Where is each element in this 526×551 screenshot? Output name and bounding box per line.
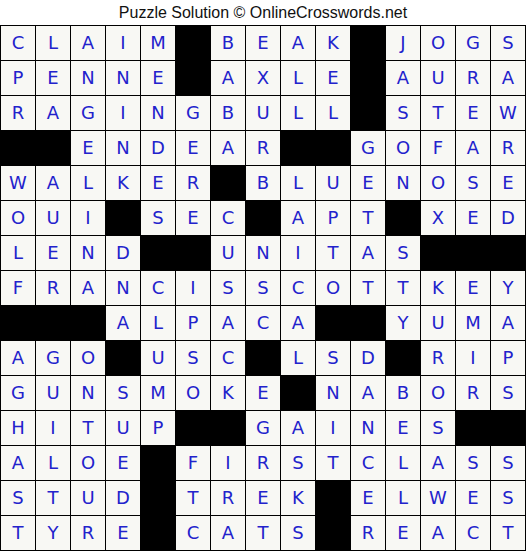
letter-cell: R <box>211 481 245 515</box>
letter-cell: T <box>351 271 385 305</box>
letter-cell: O <box>316 271 350 305</box>
letter-cell: R <box>176 166 210 200</box>
block-cell <box>106 341 140 375</box>
letter-cell: T <box>386 271 420 305</box>
letter-cell: T <box>316 236 350 270</box>
block-cell <box>176 236 210 270</box>
letter-cell: D <box>106 481 140 515</box>
letter-cell: O <box>1 201 35 235</box>
letter-cell: P <box>316 201 350 235</box>
block-cell <box>491 236 525 270</box>
letter-cell: U <box>141 341 175 375</box>
letter-cell: K <box>281 481 315 515</box>
letter-cell: A <box>421 446 455 480</box>
block-cell <box>1 306 35 340</box>
letter-cell: L <box>316 96 350 130</box>
letter-cell: I <box>281 236 315 270</box>
letter-cell: N <box>71 61 105 95</box>
letter-cell: W <box>421 481 455 515</box>
letter-cell: R <box>36 271 70 305</box>
letter-cell: S <box>281 446 315 480</box>
letter-cell: O <box>71 341 105 375</box>
letter-cell: E <box>106 516 140 550</box>
letter-cell: S <box>141 201 175 235</box>
letter-cell: T <box>246 516 280 550</box>
letter-cell: E <box>246 481 280 515</box>
letter-cell: P <box>1 61 35 95</box>
block-cell <box>36 131 70 165</box>
letter-cell: N <box>141 96 175 130</box>
letter-cell: U <box>211 236 245 270</box>
block-cell <box>1 131 35 165</box>
letter-cell: E <box>176 201 210 235</box>
letter-cell: U <box>106 411 140 445</box>
letter-cell: N <box>71 376 105 410</box>
letter-cell: C <box>246 306 280 340</box>
letter-cell: E <box>176 131 210 165</box>
letter-cell: A <box>1 446 35 480</box>
letter-cell: Y <box>386 306 420 340</box>
letter-cell: A <box>36 166 70 200</box>
letter-cell: N <box>106 131 140 165</box>
letter-cell: I <box>211 446 245 480</box>
letter-cell: E <box>351 166 385 200</box>
block-cell <box>316 516 350 550</box>
letter-cell: S <box>456 166 490 200</box>
letter-cell: F <box>1 271 35 305</box>
letter-cell: R <box>456 376 490 410</box>
letter-cell: R <box>71 516 105 550</box>
letter-cell: I <box>456 341 490 375</box>
block-cell <box>351 306 385 340</box>
letter-cell: A <box>281 306 315 340</box>
letter-cell: E <box>71 131 105 165</box>
letter-cell: U <box>246 96 280 130</box>
letter-cell: X <box>246 61 280 95</box>
letter-cell: T <box>176 481 210 515</box>
letter-cell: E <box>36 236 70 270</box>
letter-cell: A <box>71 26 105 60</box>
letter-cell: E <box>141 166 175 200</box>
letter-cell: L <box>36 446 70 480</box>
letter-cell: T <box>316 446 350 480</box>
letter-cell: R <box>491 131 525 165</box>
letter-cell: E <box>386 411 420 445</box>
block-cell <box>386 201 420 235</box>
block-cell <box>386 341 420 375</box>
letter-cell: I <box>71 201 105 235</box>
letter-cell: M <box>141 26 175 60</box>
letter-cell: U <box>316 166 350 200</box>
letter-cell: C <box>351 446 385 480</box>
letter-cell: X <box>421 201 455 235</box>
letter-cell: C <box>456 516 490 550</box>
letter-cell: Y <box>36 516 70 550</box>
block-cell <box>281 376 315 410</box>
letter-cell: G <box>351 131 385 165</box>
letter-cell: O <box>421 26 455 60</box>
letter-cell: L <box>386 481 420 515</box>
letter-cell: C <box>176 516 210 550</box>
letter-cell: I <box>316 411 350 445</box>
letter-cell: E <box>141 61 175 95</box>
letter-cell: E <box>106 446 140 480</box>
letter-cell: A <box>491 61 525 95</box>
letter-cell: A <box>1 341 35 375</box>
letter-cell: L <box>71 166 105 200</box>
block-cell <box>106 201 140 235</box>
letter-cell: S <box>386 96 420 130</box>
letter-cell: E <box>386 516 420 550</box>
block-cell <box>141 481 175 515</box>
block-cell <box>176 61 210 95</box>
block-cell <box>246 201 280 235</box>
block-cell <box>176 411 210 445</box>
letter-cell: A <box>281 26 315 60</box>
letter-cell: G <box>36 341 70 375</box>
letter-cell: R <box>246 131 280 165</box>
letter-cell: O <box>176 376 210 410</box>
letter-cell: E <box>351 481 385 515</box>
letter-cell: T <box>1 516 35 550</box>
letter-cell: E <box>456 96 490 130</box>
letter-cell: P <box>176 306 210 340</box>
letter-cell: A <box>386 61 420 95</box>
letter-cell: G <box>246 411 280 445</box>
letter-cell: U <box>421 61 455 95</box>
letter-cell: N <box>316 376 350 410</box>
block-cell <box>456 236 490 270</box>
letter-cell: S <box>176 341 210 375</box>
block-cell <box>491 411 525 445</box>
block-cell <box>281 131 315 165</box>
letter-cell: A <box>106 306 140 340</box>
block-cell <box>141 446 175 480</box>
letter-cell: T <box>351 201 385 235</box>
block-cell <box>351 61 385 95</box>
letter-cell: E <box>456 481 490 515</box>
letter-cell: B <box>386 376 420 410</box>
letter-cell: A <box>281 411 315 445</box>
block-cell <box>316 306 350 340</box>
block-cell <box>246 341 280 375</box>
letter-cell: S <box>491 376 525 410</box>
letter-cell: T <box>71 411 105 445</box>
letter-cell: L <box>281 96 315 130</box>
letter-cell: I <box>36 411 70 445</box>
letter-cell: K <box>421 271 455 305</box>
letter-cell: L <box>281 61 315 95</box>
letter-cell: A <box>211 306 245 340</box>
letter-cell: F <box>176 446 210 480</box>
letter-cell: A <box>351 376 385 410</box>
letter-cell: S <box>211 271 245 305</box>
letter-cell: P <box>491 341 525 375</box>
letter-cell: T <box>421 96 455 130</box>
letter-cell: T <box>491 516 525 550</box>
letter-cell: E <box>246 26 280 60</box>
letter-cell: A <box>281 201 315 235</box>
letter-cell: F <box>421 131 455 165</box>
letter-cell: N <box>351 411 385 445</box>
letter-cell: E <box>491 166 525 200</box>
block-cell <box>316 131 350 165</box>
letter-cell: U <box>36 201 70 235</box>
letter-cell: D <box>491 201 525 235</box>
letter-cell: A <box>211 61 245 95</box>
letter-cell: S <box>1 481 35 515</box>
block-cell <box>211 166 245 200</box>
letter-cell: L <box>141 306 175 340</box>
letter-cell: T <box>36 481 70 515</box>
letter-cell: N <box>246 236 280 270</box>
letter-cell: L <box>281 341 315 375</box>
letter-cell: B <box>211 26 245 60</box>
letter-cell: K <box>211 376 245 410</box>
letter-cell: S <box>386 236 420 270</box>
letter-cell: K <box>106 166 140 200</box>
letter-cell: R <box>456 61 490 95</box>
letter-cell: P <box>141 411 175 445</box>
letter-cell: O <box>421 376 455 410</box>
block-cell <box>141 236 175 270</box>
letter-cell: S <box>491 26 525 60</box>
block-cell <box>36 306 70 340</box>
block-cell <box>316 481 350 515</box>
letter-cell: E <box>36 61 70 95</box>
letter-cell: E <box>456 271 490 305</box>
letter-cell: G <box>71 96 105 130</box>
block-cell <box>421 236 455 270</box>
letter-cell: U <box>421 306 455 340</box>
letter-cell: S <box>491 481 525 515</box>
letter-cell: A <box>36 96 70 130</box>
letter-cell: S <box>421 411 455 445</box>
letter-cell: A <box>491 306 525 340</box>
letter-cell: U <box>71 481 105 515</box>
letter-cell: A <box>421 516 455 550</box>
letter-cell: W <box>491 96 525 130</box>
letter-cell: G <box>1 376 35 410</box>
letter-cell: D <box>141 131 175 165</box>
letter-cell: I <box>176 271 210 305</box>
block-cell <box>176 26 210 60</box>
letter-cell: U <box>36 376 70 410</box>
letter-cell: R <box>351 516 385 550</box>
letter-cell: S <box>281 516 315 550</box>
block-cell <box>351 26 385 60</box>
letter-cell: S <box>246 271 280 305</box>
letter-cell: G <box>456 26 490 60</box>
letter-cell: A <box>351 236 385 270</box>
letter-cell: O <box>386 131 420 165</box>
page-title: Puzzle Solution © OnlineCrosswords.net <box>0 0 526 25</box>
letter-cell: L <box>36 26 70 60</box>
letter-cell: M <box>141 376 175 410</box>
letter-cell: K <box>316 26 350 60</box>
block-cell <box>456 411 490 445</box>
letter-cell: N <box>386 166 420 200</box>
letter-cell: I <box>106 96 140 130</box>
letter-cell: C <box>281 271 315 305</box>
letter-cell: B <box>211 96 245 130</box>
letter-cell: B <box>246 166 280 200</box>
letter-cell: O <box>421 166 455 200</box>
letter-cell: N <box>71 236 105 270</box>
block-cell <box>71 306 105 340</box>
letter-cell: L <box>281 166 315 200</box>
letter-cell: L <box>386 446 420 480</box>
letter-cell: J <box>386 26 420 60</box>
block-cell <box>141 516 175 550</box>
page: Puzzle Solution © OnlineCrosswords.net C… <box>0 0 526 551</box>
letter-cell: H <box>1 411 35 445</box>
letter-cell: A <box>71 271 105 305</box>
letter-cell: C <box>211 341 245 375</box>
letter-cell: M <box>456 306 490 340</box>
letter-cell: C <box>141 271 175 305</box>
letter-cell: S <box>456 446 490 480</box>
letter-cell: S <box>316 341 350 375</box>
letter-cell: E <box>246 376 280 410</box>
letter-cell: E <box>316 61 350 95</box>
letter-cell: D <box>351 341 385 375</box>
letter-cell: R <box>421 341 455 375</box>
letter-cell: G <box>176 96 210 130</box>
letter-cell: N <box>106 61 140 95</box>
letter-cell: Y <box>491 271 525 305</box>
crossword-grid: CLAIMBEAKJOGSPENNEAXLEAURARAGINGBULLSTEW… <box>0 25 526 551</box>
letter-cell: C <box>211 201 245 235</box>
letter-cell: S <box>491 446 525 480</box>
block-cell <box>211 411 245 445</box>
letter-cell: R <box>246 446 280 480</box>
letter-cell: C <box>1 26 35 60</box>
letter-cell: W <box>1 166 35 200</box>
letter-cell: A <box>211 131 245 165</box>
letter-cell: L <box>1 236 35 270</box>
block-cell <box>351 96 385 130</box>
letter-cell: R <box>1 96 35 130</box>
letter-cell: O <box>71 446 105 480</box>
letter-cell: D <box>106 236 140 270</box>
letter-cell: E <box>456 201 490 235</box>
letter-cell: A <box>211 516 245 550</box>
letter-cell: N <box>106 271 140 305</box>
letter-cell: A <box>456 131 490 165</box>
letter-cell: S <box>106 376 140 410</box>
letter-cell: I <box>106 26 140 60</box>
